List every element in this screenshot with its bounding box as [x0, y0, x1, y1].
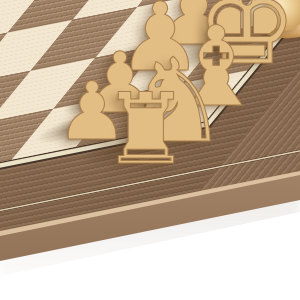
piece-rook[interactable]: ♜ [102, 80, 190, 178]
pieces-layer: ♟♚♟♝♟♟♞♜ [0, 0, 300, 300]
chessboard-photo: ♟♚♟♝♟♟♞♜ [0, 0, 300, 300]
